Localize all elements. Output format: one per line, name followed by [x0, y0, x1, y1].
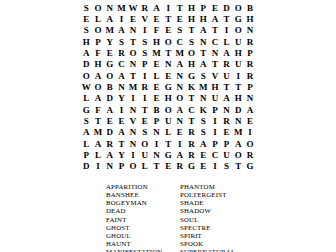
- grid-cell[interactable]: L: [81, 139, 93, 150]
- grid-cell[interactable]: T: [151, 161, 163, 172]
- grid-cell[interactable]: A: [92, 93, 104, 104]
- grid-cell[interactable]: L: [221, 37, 233, 48]
- grid-cell[interactable]: A: [209, 14, 221, 25]
- grid-cell[interactable]: D: [81, 161, 93, 172]
- grid-cell[interactable]: N: [197, 93, 209, 104]
- grid-cell[interactable]: H: [92, 59, 104, 70]
- grid-cell[interactable]: T: [116, 139, 128, 150]
- word-list-item: SPIRIT: [180, 232, 235, 240]
- grid-cell[interactable]: I: [139, 71, 151, 82]
- grid-cell[interactable]: I: [209, 161, 221, 172]
- word-list-item: FAINT: [106, 216, 162, 224]
- grid-cell[interactable]: I: [139, 93, 151, 104]
- grid-cell[interactable]: W: [127, 3, 139, 14]
- grid-cell[interactable]: A: [151, 3, 163, 14]
- grid-cell[interactable]: A: [104, 150, 116, 161]
- grid-cell[interactable]: G: [104, 59, 116, 70]
- grid-cell[interactable]: A: [221, 93, 233, 104]
- grid-cell[interactable]: V: [127, 116, 139, 127]
- word-list-item: PHANTOM: [180, 183, 235, 191]
- grid-cell[interactable]: U: [209, 93, 221, 104]
- grid-cell[interactable]: T: [209, 25, 221, 36]
- grid-cell[interactable]: L: [139, 161, 151, 172]
- word-list-item: POLTERGEIST: [180, 191, 235, 199]
- grid-cell[interactable]: O: [92, 82, 104, 93]
- grid-cell[interactable]: C: [209, 37, 221, 48]
- grid-cell[interactable]: S: [139, 37, 151, 48]
- grid-cell[interactable]: V: [139, 14, 151, 25]
- grid-cell[interactable]: T: [232, 161, 244, 172]
- grid-cell[interactable]: P: [209, 139, 221, 150]
- grid-cell[interactable]: R: [221, 59, 233, 70]
- grid-cell[interactable]: E: [209, 3, 221, 14]
- grid-cell[interactable]: O: [232, 25, 244, 36]
- grid-cell[interactable]: S: [81, 3, 93, 14]
- grid-cell[interactable]: C: [174, 37, 186, 48]
- grid-cell[interactable]: T: [186, 25, 198, 36]
- grid-cell[interactable]: I: [221, 25, 233, 36]
- grid-cell[interactable]: F: [151, 25, 163, 36]
- grid-cell[interactable]: I: [209, 127, 221, 138]
- grid-cell[interactable]: R: [116, 48, 128, 59]
- grid-cell[interactable]: N: [244, 93, 256, 104]
- grid-cell[interactable]: T: [162, 139, 174, 150]
- grid-cell[interactable]: A: [116, 25, 128, 36]
- grid-cell[interactable]: N: [197, 37, 209, 48]
- grid-cell[interactable]: R: [174, 161, 186, 172]
- grid-cell[interactable]: E: [139, 116, 151, 127]
- grid-cell[interactable]: Y: [116, 150, 128, 161]
- grid-cell[interactable]: F: [92, 105, 104, 116]
- grid-cell[interactable]: M: [116, 3, 128, 14]
- grid-cell[interactable]: G: [232, 14, 244, 25]
- grid-cell[interactable]: P: [81, 150, 93, 161]
- grid-cell[interactable]: S: [81, 25, 93, 36]
- grid-cell[interactable]: L: [81, 93, 93, 104]
- grid-cell[interactable]: U: [162, 116, 174, 127]
- grid-cell[interactable]: L: [92, 150, 104, 161]
- grid-cell[interactable]: M: [174, 48, 186, 59]
- grid-cell[interactable]: F: [92, 48, 104, 59]
- grid-cell[interactable]: T: [162, 14, 174, 25]
- grid-cell[interactable]: C: [116, 59, 128, 70]
- grid-cell[interactable]: S: [81, 116, 93, 127]
- grid-cell[interactable]: A: [244, 105, 256, 116]
- grid-cell[interactable]: O: [186, 48, 198, 59]
- grid-cell[interactable]: A: [197, 25, 209, 36]
- grid-cell[interactable]: T: [162, 48, 174, 59]
- grid-cell[interactable]: S: [197, 116, 209, 127]
- grid-cell[interactable]: H: [81, 37, 93, 48]
- grid-cell[interactable]: T: [127, 37, 139, 48]
- grid-cell[interactable]: N: [174, 71, 186, 82]
- grid-cell[interactable]: H: [209, 82, 221, 93]
- grid-cell[interactable]: L: [162, 127, 174, 138]
- grid-cell[interactable]: P: [244, 82, 256, 93]
- grid-cell[interactable]: E: [151, 82, 163, 93]
- grid-cell[interactable]: B: [104, 82, 116, 93]
- grid-cell[interactable]: N: [127, 59, 139, 70]
- grid-cell[interactable]: O: [232, 150, 244, 161]
- grid-cell[interactable]: A: [92, 71, 104, 82]
- grid-cell[interactable]: N: [244, 25, 256, 36]
- grid-cell[interactable]: P: [209, 105, 221, 116]
- grid-cell[interactable]: P: [116, 161, 128, 172]
- grid-cell[interactable]: G: [244, 161, 256, 172]
- grid-cell[interactable]: E: [104, 48, 116, 59]
- grid-cell[interactable]: O: [92, 3, 104, 14]
- grid-cell[interactable]: P: [221, 139, 233, 150]
- grid-cell[interactable]: T: [197, 48, 209, 59]
- grid-cell[interactable]: I: [92, 161, 104, 172]
- grid-cell[interactable]: T: [174, 3, 186, 14]
- word-list-item: GHOST: [106, 224, 162, 232]
- grid-cell[interactable]: O: [244, 139, 256, 150]
- grid-cell[interactable]: O: [81, 71, 93, 82]
- grid-cell[interactable]: N: [162, 59, 174, 70]
- word-list-right-column: PHANTOMPOLTERGEISTSHADESHADOWSOULSPECTRE…: [180, 183, 235, 252]
- grid-cell[interactable]: T: [139, 105, 151, 116]
- grid-cell[interactable]: A: [197, 139, 209, 150]
- grid-cell[interactable]: N: [174, 82, 186, 93]
- grid-cell[interactable]: R: [186, 127, 198, 138]
- grid-cell[interactable]: N: [127, 105, 139, 116]
- grid-cell[interactable]: I: [116, 14, 128, 25]
- grid-cell[interactable]: Y: [116, 93, 128, 104]
- grid-cell[interactable]: B: [151, 105, 163, 116]
- grid-cell[interactable]: E: [221, 127, 233, 138]
- grid-cell[interactable]: T: [221, 82, 233, 93]
- grid-cell[interactable]: K: [186, 82, 198, 93]
- grid-cell[interactable]: Y: [104, 37, 116, 48]
- grid-cell[interactable]: A: [232, 139, 244, 150]
- grid-cell[interactable]: E: [197, 150, 209, 161]
- word-list-item: APPARITION: [106, 183, 162, 191]
- grid-cell[interactable]: L: [151, 71, 163, 82]
- word-list-left-column: APPARITIONBANSHEEBOGEYMANDEADFAINTGHOSTG…: [106, 183, 162, 252]
- grid-cell[interactable]: A: [81, 127, 93, 138]
- grid-cell[interactable]: N: [174, 116, 186, 127]
- grid-cell[interactable]: S: [174, 25, 186, 36]
- grid-cell[interactable]: E: [151, 59, 163, 70]
- grid-cell[interactable]: E: [151, 93, 163, 104]
- grid-cell[interactable]: I: [116, 105, 128, 116]
- grid-cell[interactable]: I: [139, 25, 151, 36]
- word-list-item: SOUL: [180, 216, 235, 224]
- grid-cell[interactable]: E: [162, 161, 174, 172]
- grid-cell[interactable]: L: [92, 14, 104, 25]
- grid-cell[interactable]: O: [174, 93, 186, 104]
- grid-cell[interactable]: I: [127, 150, 139, 161]
- grid-cell[interactable]: D: [81, 59, 93, 70]
- grid-cell[interactable]: R: [186, 150, 198, 161]
- grid-cell[interactable]: E: [197, 161, 209, 172]
- grid-cell[interactable]: C: [209, 150, 221, 161]
- grid-cell[interactable]: E: [127, 14, 139, 25]
- grid-cell[interactable]: A: [92, 139, 104, 150]
- grid-cell[interactable]: H: [162, 93, 174, 104]
- grid-cell[interactable]: E: [174, 127, 186, 138]
- grid-cell[interactable]: A: [174, 59, 186, 70]
- word-list-item: SPOOK: [180, 240, 235, 248]
- grid-cell[interactable]: T: [232, 82, 244, 93]
- grid-cell[interactable]: N: [151, 150, 163, 161]
- grid-cell[interactable]: S: [116, 37, 128, 48]
- grid-cell[interactable]: B: [244, 3, 256, 14]
- grid-cell[interactable]: O: [162, 105, 174, 116]
- grid-cell[interactable]: N: [151, 127, 163, 138]
- grid-cell[interactable]: A: [197, 59, 209, 70]
- grid-cell[interactable]: A: [81, 48, 93, 59]
- grid-cell[interactable]: R: [244, 71, 256, 82]
- grid-cell[interactable]: N: [209, 48, 221, 59]
- grid-cell[interactable]: R: [186, 139, 198, 150]
- grid-cell[interactable]: E: [104, 116, 116, 127]
- grid-cell[interactable]: P: [139, 59, 151, 70]
- grid-cell[interactable]: I: [244, 127, 256, 138]
- grid-cell[interactable]: S: [221, 161, 233, 172]
- grid-cell[interactable]: M: [92, 127, 104, 138]
- grid-cell[interactable]: V: [209, 71, 221, 82]
- grid-cell[interactable]: O: [127, 48, 139, 59]
- grid-cell[interactable]: P: [244, 48, 256, 59]
- grid-cell[interactable]: P: [92, 37, 104, 48]
- grid-cell[interactable]: H: [186, 59, 198, 70]
- grid-cell[interactable]: T: [209, 59, 221, 70]
- grid-cell[interactable]: P: [151, 116, 163, 127]
- grid-cell[interactable]: C: [186, 105, 198, 116]
- grid-cell[interactable]: I: [209, 116, 221, 127]
- grid-cell[interactable]: G: [186, 161, 198, 172]
- grid-cell[interactable]: O: [162, 37, 174, 48]
- grid-cell[interactable]: G: [162, 82, 174, 93]
- grid-cell[interactable]: N: [104, 3, 116, 14]
- grid-cell[interactable]: I: [232, 71, 244, 82]
- word-list-item: HAUNT: [106, 240, 162, 248]
- grid-cell[interactable]: A: [174, 105, 186, 116]
- grid-cell[interactable]: I: [174, 139, 186, 150]
- grid-cell[interactable]: S: [197, 127, 209, 138]
- grid-cell[interactable]: R: [139, 82, 151, 93]
- grid-cell[interactable]: R: [139, 3, 151, 14]
- grid-cell[interactable]: H: [244, 14, 256, 25]
- grid-cell[interactable]: E: [174, 14, 186, 25]
- grid-cell[interactable]: S: [197, 71, 209, 82]
- grid-cell[interactable]: N: [104, 161, 116, 172]
- grid-cell[interactable]: W: [81, 82, 93, 93]
- grid-cell[interactable]: H: [197, 14, 209, 25]
- grid-cell[interactable]: D: [221, 3, 233, 14]
- grid-cell[interactable]: H: [232, 48, 244, 59]
- grid-cell[interactable]: E: [151, 14, 163, 25]
- grid-cell[interactable]: N: [116, 82, 128, 93]
- grid-cell[interactable]: N: [127, 127, 139, 138]
- grid-cell[interactable]: I: [127, 93, 139, 104]
- word-list-item: SPECTRE: [180, 224, 235, 232]
- grid-cell[interactable]: O: [139, 139, 151, 150]
- grid-cell[interactable]: A: [104, 14, 116, 25]
- grid-cell[interactable]: G: [186, 71, 198, 82]
- grid-cell[interactable]: I: [151, 139, 163, 150]
- grid-cell[interactable]: U: [232, 59, 244, 70]
- grid-cell[interactable]: D: [232, 105, 244, 116]
- grid-cell[interactable]: M: [232, 127, 244, 138]
- grid-cell[interactable]: O: [232, 3, 244, 14]
- grid-cell[interactable]: K: [197, 105, 209, 116]
- word-list-item: BOGEYMAN: [106, 199, 162, 207]
- grid-cell[interactable]: O: [104, 71, 116, 82]
- grid-cell[interactable]: T: [221, 14, 233, 25]
- grid-cell[interactable]: D: [104, 93, 116, 104]
- grid-cell[interactable]: S: [139, 48, 151, 59]
- grid-cell[interactable]: M: [197, 82, 209, 93]
- grid-cell[interactable]: O: [127, 161, 139, 172]
- grid-cell[interactable]: A: [221, 48, 233, 59]
- grid-cell[interactable]: E: [162, 71, 174, 82]
- grid-cell[interactable]: E: [81, 14, 93, 25]
- grid-cell[interactable]: U: [232, 37, 244, 48]
- grid-cell[interactable]: R: [244, 150, 256, 161]
- grid-cell[interactable]: S: [139, 127, 151, 138]
- grid-cell[interactable]: M: [104, 25, 116, 36]
- grid-cell[interactable]: R: [244, 37, 256, 48]
- grid-cell[interactable]: H: [186, 14, 198, 25]
- word-list-item: BANSHEE: [106, 191, 162, 199]
- grid-cell[interactable]: H: [151, 37, 163, 48]
- grid-cell[interactable]: O: [92, 25, 104, 36]
- grid-cell[interactable]: R: [221, 116, 233, 127]
- grid-cell[interactable]: E: [162, 25, 174, 36]
- word-list-item: DEAD: [106, 207, 162, 215]
- grid-cell[interactable]: N: [127, 139, 139, 150]
- grid-cell[interactable]: G: [162, 150, 174, 161]
- word-search-grid: SONMWRAITHPEDOBELAIEVETEHHATGHSOMANIFEST…: [81, 3, 256, 173]
- grid-cell[interactable]: U: [221, 150, 233, 161]
- grid-cell[interactable]: R: [104, 139, 116, 150]
- word-list-item: MANIFESTATION: [106, 248, 162, 252]
- grid-cell[interactable]: U: [221, 71, 233, 82]
- grid-cell[interactable]: E: [244, 116, 256, 127]
- word-list-item: SUPERNATURAL: [180, 248, 235, 252]
- grid-cell[interactable]: T: [186, 116, 198, 127]
- grid-cell[interactable]: H: [186, 3, 198, 14]
- grid-cell[interactable]: G: [81, 105, 93, 116]
- word-list-item: SHADE: [180, 199, 235, 207]
- grid-cell[interactable]: S: [186, 37, 198, 48]
- grid-cell[interactable]: N: [232, 116, 244, 127]
- grid-cell[interactable]: M: [151, 48, 163, 59]
- grid-cell[interactable]: N: [127, 25, 139, 36]
- grid-cell[interactable]: M: [127, 82, 139, 93]
- grid-cell[interactable]: N: [221, 105, 233, 116]
- grid-cell[interactable]: U: [139, 150, 151, 161]
- grid-cell[interactable]: P: [197, 3, 209, 14]
- grid-cell[interactable]: T: [127, 71, 139, 82]
- grid-cell[interactable]: H: [232, 93, 244, 104]
- grid-cell[interactable]: R: [244, 59, 256, 70]
- grid-cell[interactable]: A: [116, 127, 128, 138]
- grid-cell[interactable]: A: [116, 71, 128, 82]
- grid-cell[interactable]: D: [104, 127, 116, 138]
- grid-cell[interactable]: A: [174, 150, 186, 161]
- word-list-item: GHOUL: [106, 232, 162, 240]
- grid-cell[interactable]: T: [92, 116, 104, 127]
- word-list-item: SHADOW: [180, 207, 235, 215]
- grid-cell[interactable]: A: [104, 105, 116, 116]
- grid-cell[interactable]: T: [186, 93, 198, 104]
- grid-cell[interactable]: I: [162, 3, 174, 14]
- grid-cell[interactable]: E: [116, 116, 128, 127]
